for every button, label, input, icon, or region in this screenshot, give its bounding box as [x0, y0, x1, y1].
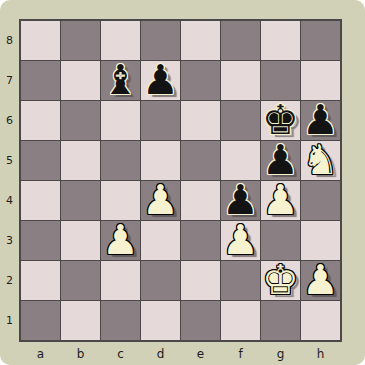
square-e8[interactable]: [181, 21, 220, 60]
square-g7[interactable]: [261, 61, 300, 100]
square-g3[interactable]: [261, 221, 300, 260]
square-b6[interactable]: [61, 101, 100, 140]
piece-black-pawn-h6[interactable]: ♟: [301, 101, 340, 140]
square-f6[interactable]: [221, 101, 260, 140]
file-label-a: a: [21, 345, 60, 363]
piece-white-pawn-c3[interactable]: ♟: [101, 221, 140, 260]
square-c8[interactable]: [101, 21, 140, 60]
square-a5[interactable]: [21, 141, 60, 180]
square-h3[interactable]: [301, 221, 340, 260]
square-e7[interactable]: [181, 61, 220, 100]
rank-label-8: 8: [0, 21, 19, 60]
rank-label-7: 7: [0, 61, 19, 100]
rank-label-4: 4: [0, 181, 19, 220]
square-g8[interactable]: [261, 21, 300, 60]
square-b4[interactable]: [61, 181, 100, 220]
rank-label-5: 5: [0, 141, 19, 180]
piece-black-pawn-g5[interactable]: ♟: [261, 141, 300, 180]
file-label-b: b: [61, 345, 100, 363]
square-b3[interactable]: [61, 221, 100, 260]
piece-black-pawn-f4[interactable]: ♟: [221, 181, 260, 220]
square-b5[interactable]: [61, 141, 100, 180]
square-d1[interactable]: [141, 301, 180, 340]
square-f8[interactable]: [221, 21, 260, 60]
file-label-f: f: [221, 345, 260, 363]
piece-white-pawn-d4[interactable]: ♟: [141, 181, 180, 220]
piece-black-king-g6[interactable]: ♚: [261, 101, 300, 140]
piece-white-king-g2[interactable]: ♚: [261, 261, 300, 300]
square-c6[interactable]: [101, 101, 140, 140]
file-label-e: e: [181, 345, 220, 363]
square-d3[interactable]: [141, 221, 180, 260]
square-a8[interactable]: [21, 21, 60, 60]
square-e1[interactable]: [181, 301, 220, 340]
square-b1[interactable]: [61, 301, 100, 340]
file-label-c: c: [101, 345, 140, 363]
square-g1[interactable]: [261, 301, 300, 340]
piece-white-pawn-g4[interactable]: ♟: [261, 181, 300, 220]
square-d5[interactable]: [141, 141, 180, 180]
square-f5[interactable]: [221, 141, 260, 180]
rank-label-6: 6: [0, 101, 19, 140]
piece-black-pawn-d7[interactable]: ♟: [141, 61, 180, 100]
square-f1[interactable]: [221, 301, 260, 340]
rank-label-2: 2: [0, 261, 19, 300]
rank-label-3: 3: [0, 221, 19, 260]
square-c5[interactable]: [101, 141, 140, 180]
square-f7[interactable]: [221, 61, 260, 100]
square-a2[interactable]: [21, 261, 60, 300]
chessboard-frame: 87654321 abcdefgh ♝♟♚♟♟♞♟♟♟♟♟♚♟: [0, 0, 365, 365]
piece-white-pawn-f3[interactable]: ♟: [221, 221, 260, 260]
square-e5[interactable]: [181, 141, 220, 180]
square-d6[interactable]: [141, 101, 180, 140]
square-b8[interactable]: [61, 21, 100, 60]
file-label-h: h: [301, 345, 340, 363]
square-h8[interactable]: [301, 21, 340, 60]
square-e4[interactable]: [181, 181, 220, 220]
piece-white-pawn-h2[interactable]: ♟: [301, 261, 340, 300]
rank-label-1: 1: [0, 301, 19, 340]
square-e3[interactable]: [181, 221, 220, 260]
piece-white-knight-h5[interactable]: ♞: [301, 141, 340, 180]
square-a7[interactable]: [21, 61, 60, 100]
file-label-d: d: [141, 345, 180, 363]
square-h4[interactable]: [301, 181, 340, 220]
square-e2[interactable]: [181, 261, 220, 300]
square-h7[interactable]: [301, 61, 340, 100]
square-c4[interactable]: [101, 181, 140, 220]
square-b7[interactable]: [61, 61, 100, 100]
square-b2[interactable]: [61, 261, 100, 300]
piece-black-bishop-c7[interactable]: ♝: [101, 61, 140, 100]
square-c1[interactable]: [101, 301, 140, 340]
square-a1[interactable]: [21, 301, 60, 340]
file-label-g: g: [261, 345, 300, 363]
square-a4[interactable]: [21, 181, 60, 220]
square-f2[interactable]: [221, 261, 260, 300]
square-h1[interactable]: [301, 301, 340, 340]
square-a3[interactable]: [21, 221, 60, 260]
square-c2[interactable]: [101, 261, 140, 300]
square-a6[interactable]: [21, 101, 60, 140]
square-d8[interactable]: [141, 21, 180, 60]
square-e6[interactable]: [181, 101, 220, 140]
square-d2[interactable]: [141, 261, 180, 300]
